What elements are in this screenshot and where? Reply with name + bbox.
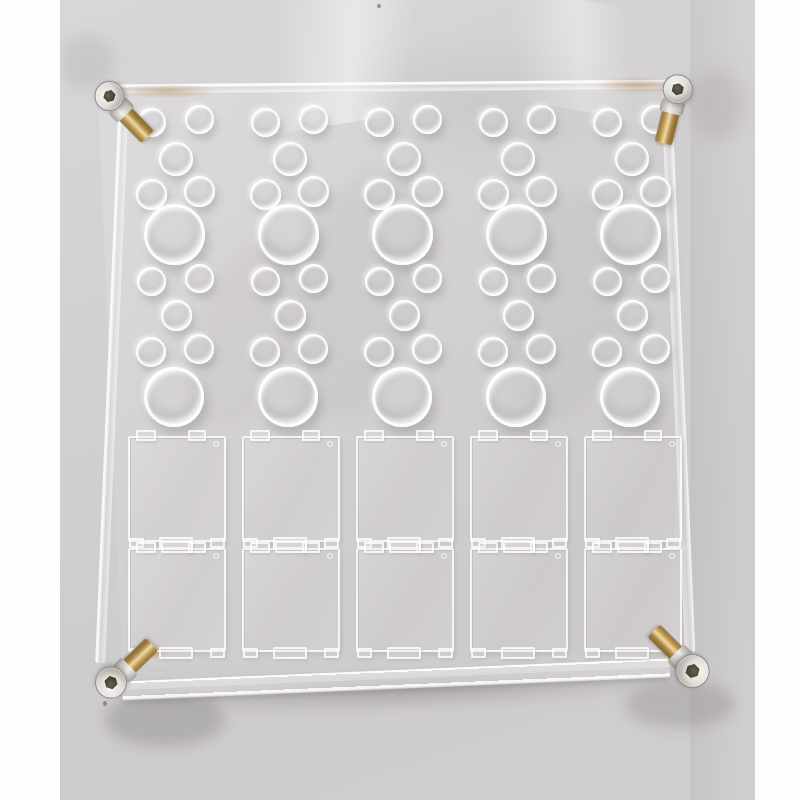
drill-hole [486,367,546,427]
drill-hole [364,337,394,367]
cutout-notch [324,648,339,658]
cutout-notch [275,541,307,553]
cutout-notch [666,538,681,548]
cutout-notch [471,648,486,658]
white-margin-right [755,0,800,800]
cutout-notch [478,430,498,441]
drill-hole [365,108,394,137]
drill-hole [258,367,318,427]
drill-hole [372,204,433,265]
drill-hole [184,334,214,364]
drill-hole [413,264,442,293]
drill-hole [136,337,166,367]
drill-hole [526,334,556,364]
product-photo [0,0,800,800]
drill-hole [617,300,648,331]
rect-cutout [242,436,340,542]
drill-hole [250,179,281,210]
drill-hole [273,142,307,176]
drill-hole [600,367,660,427]
cutout-notch [389,541,421,553]
drill-hole [185,105,214,134]
pilot-dot [555,553,561,559]
drill-hole [412,176,443,207]
pilot-dot [327,441,333,447]
pilot-dot [213,441,219,447]
dust-speck [377,4,381,8]
drill-hole [412,334,442,364]
drill-hole [184,176,215,207]
drill-hole [641,264,670,293]
cutout-notch [387,647,421,659]
cutout-notch [210,538,225,548]
cutout-notch [188,430,206,441]
drill-hole [365,267,394,296]
drill-hole [298,334,328,364]
rect-cutout [356,548,454,652]
drill-hole [479,267,508,296]
drill-hole [372,367,432,427]
cutout-notch [552,538,567,548]
drill-hole [413,105,442,134]
drill-hole [159,142,193,176]
rect-cutout [470,548,568,652]
cutout-notch [416,430,434,441]
pilot-dot [213,553,219,559]
cutout-notch [357,648,372,658]
cutout-notch [552,648,567,658]
drill-hole [250,337,280,367]
pilot-dot [669,441,675,447]
drill-hole [299,105,328,134]
drill-hole [503,300,534,331]
drill-hole [527,105,556,134]
drill-hole [275,300,306,331]
drill-hole [299,264,328,293]
cutout-notch [478,542,498,553]
screw-hex-socket [101,673,121,693]
cutout-notch [585,648,600,658]
drill-hole [527,264,556,293]
drill-hole [389,300,420,331]
screw-hex-socket [100,87,118,105]
cutout-notch [592,542,612,553]
drill-hole [364,179,395,210]
cutout-notch [243,648,258,658]
cutout-notch [501,647,535,659]
drill-hole [486,204,547,265]
drill-hole [526,176,557,207]
cutout-notch [644,430,662,441]
drill-hole [161,300,192,331]
cutout-notch [438,648,453,658]
drill-hole [640,176,671,207]
cutout-notch [250,430,270,441]
cutout-notch [302,430,320,441]
drill-hole [258,204,319,265]
pilot-dot [327,553,333,559]
drill-hole [185,264,214,293]
drill-hole [593,108,622,137]
drill-hole [387,142,421,176]
pilot-dot [555,441,561,447]
drill-hole [144,204,205,265]
screw-hex-socket [670,81,686,97]
cutout-notch [530,430,548,441]
drill-hole [478,179,509,210]
drill-hole [478,337,508,367]
drill-hole [615,142,649,176]
drill-hole [501,142,535,176]
rect-cutout [356,436,454,542]
drill-hole [298,176,329,207]
cutout-notch [364,542,384,553]
rect-cutout [128,436,226,542]
screw-hex-socket [682,660,703,681]
cutout-notch [324,538,339,548]
cutout-notch [592,430,612,441]
cutout-notch [364,430,384,441]
pilot-dot [669,553,675,559]
white-margin-left [0,0,60,800]
drill-hole [251,267,280,296]
cutout-notch [273,647,307,659]
drill-hole [137,267,166,296]
cutout-notch [136,430,156,441]
drill-hole [136,179,167,210]
cutout-notch [250,542,270,553]
rect-cutout [470,436,568,542]
cutout-notch [438,538,453,548]
pilot-dot [441,553,447,559]
cutout-notch [136,542,156,553]
cutout-notch [615,647,649,659]
cutout-notch [161,541,193,553]
drill-hole [592,337,622,367]
rect-cutout [584,436,682,542]
rect-cutout [242,548,340,652]
drill-hole [600,204,661,265]
cutout-notch [503,541,535,553]
drill-hole [144,367,204,427]
cutout-notch [210,648,225,658]
pilot-dot [441,441,447,447]
drill-hole [640,334,670,364]
drill-hole [592,179,623,210]
cutout-notch [617,541,649,553]
drill-hole [251,108,280,137]
drill-hole [593,267,622,296]
drill-hole [479,108,508,137]
